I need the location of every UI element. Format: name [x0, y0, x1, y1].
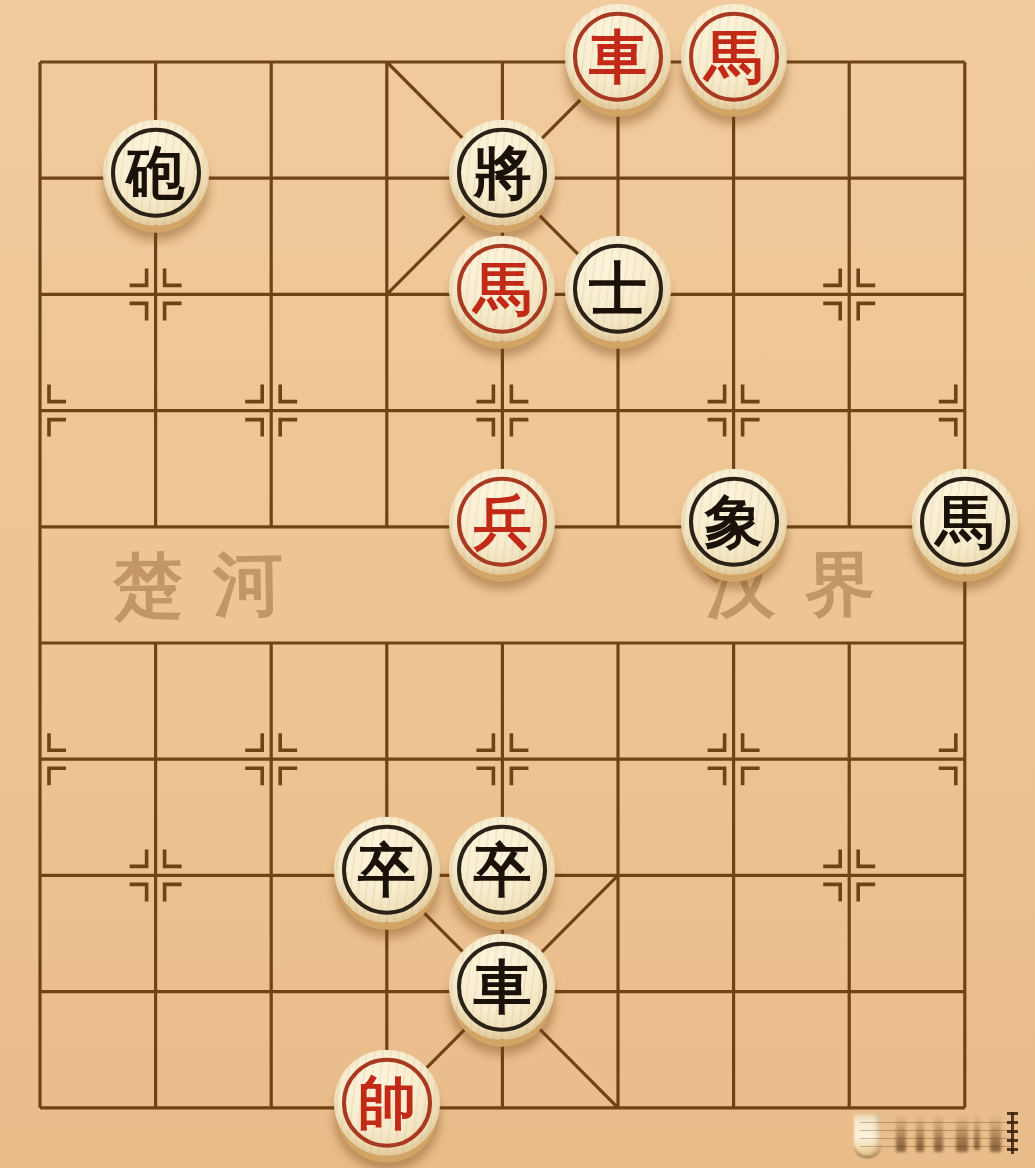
- piece-black-general[interactable]: 將: [449, 120, 555, 226]
- watermark-lines: [860, 1122, 1012, 1148]
- piece-red-chariot[interactable]: 車: [565, 4, 671, 110]
- piece-ring: [573, 244, 663, 334]
- piece-black-soldier[interactable]: 卒: [334, 817, 440, 923]
- piece-red-horse[interactable]: 馬: [449, 236, 555, 342]
- piece-ring: [342, 825, 432, 915]
- watermark-glyph: [1007, 1112, 1018, 1154]
- piece-black-chariot[interactable]: 車: [449, 933, 555, 1039]
- piece-ring: [457, 476, 547, 566]
- piece-red-horse[interactable]: 馬: [681, 4, 787, 110]
- piece-ring: [920, 476, 1010, 566]
- piece-ring: [342, 1057, 432, 1147]
- xiangqi-board[interactable]: 楚河 汉界 車馬砲將馬士兵象馬卒卒車帥: [0, 0, 1035, 1168]
- piece-black-elephant[interactable]: 象: [681, 468, 787, 574]
- piece-ring: [111, 128, 201, 218]
- watermark-smudge: [850, 1110, 1020, 1158]
- piece-ring: [573, 12, 663, 102]
- piece-ring: [457, 128, 547, 218]
- piece-red-general[interactable]: 帥: [334, 1049, 440, 1155]
- piece-black-soldier[interactable]: 卒: [449, 817, 555, 923]
- piece-ring: [457, 825, 547, 915]
- piece-black-cannon[interactable]: 砲: [103, 120, 209, 226]
- piece-ring: [457, 244, 547, 334]
- piece-red-soldier[interactable]: 兵: [449, 468, 555, 574]
- piece-ring: [457, 941, 547, 1031]
- piece-ring: [689, 476, 779, 566]
- piece-ring: [689, 12, 779, 102]
- piece-black-horse[interactable]: 馬: [912, 468, 1018, 574]
- river-label-chu-he: 楚河: [82, 548, 313, 622]
- piece-black-advisor[interactable]: 士: [565, 236, 671, 342]
